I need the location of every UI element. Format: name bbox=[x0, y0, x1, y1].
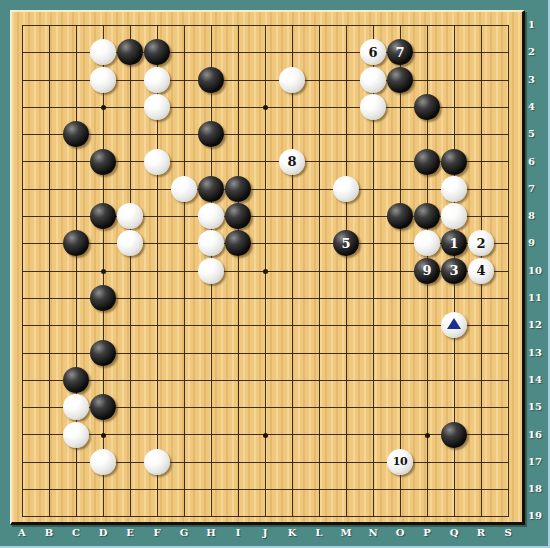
star-point-J4 bbox=[263, 105, 268, 110]
move-number-label: 8 bbox=[287, 155, 296, 168]
star-point-P16 bbox=[425, 433, 430, 438]
stone-black-P4 bbox=[414, 94, 440, 120]
stone-white-F3 bbox=[144, 67, 170, 93]
stone-white-M7 bbox=[333, 176, 359, 202]
stone-black-P8 bbox=[414, 203, 440, 229]
stone-black-D11 bbox=[90, 285, 116, 311]
go-board[interactable]: 67851293410 bbox=[10, 10, 525, 525]
stone-white-N3 bbox=[360, 67, 386, 93]
stone-white-Q7 bbox=[441, 176, 467, 202]
stone-black-Q16 bbox=[441, 422, 467, 448]
row-label-4: 4 bbox=[528, 101, 550, 112]
row-label-7: 7 bbox=[528, 183, 550, 194]
row-label-12: 12 bbox=[528, 319, 550, 330]
column-label-R: R bbox=[472, 527, 490, 538]
move-number-label: 5 bbox=[341, 237, 350, 250]
column-label-S: S bbox=[499, 527, 517, 538]
column-label-D: D bbox=[94, 527, 112, 538]
row-label-3: 3 bbox=[528, 74, 550, 85]
stone-white-N4 bbox=[360, 94, 386, 120]
stone-white-G7 bbox=[171, 176, 197, 202]
go-app-window: 67851293410 ABCDEFGHIJKLMNOPQRS123456789… bbox=[0, 0, 550, 548]
column-label-L: L bbox=[310, 527, 328, 538]
stone-white-O17: 10 bbox=[387, 449, 413, 475]
stone-black-I7 bbox=[225, 176, 251, 202]
stone-black-D15 bbox=[90, 394, 116, 420]
column-label-C: C bbox=[67, 527, 85, 538]
column-label-I: I bbox=[229, 527, 247, 538]
row-label-19: 19 bbox=[528, 510, 550, 521]
stone-black-Q10: 3 bbox=[441, 258, 467, 284]
move-number-label: 7 bbox=[395, 46, 404, 59]
column-label-Q: Q bbox=[445, 527, 463, 538]
star-point-J10 bbox=[263, 269, 268, 274]
stone-white-Q8 bbox=[441, 203, 467, 229]
column-label-P: P bbox=[418, 527, 436, 538]
row-label-2: 2 bbox=[528, 46, 550, 57]
column-label-O: O bbox=[391, 527, 409, 538]
column-label-F: F bbox=[148, 527, 166, 538]
row-label-15: 15 bbox=[528, 401, 550, 412]
stone-black-H3 bbox=[198, 67, 224, 93]
column-label-A: A bbox=[13, 527, 31, 538]
column-label-J: J bbox=[256, 527, 274, 538]
row-label-9: 9 bbox=[528, 237, 550, 248]
column-label-E: E bbox=[121, 527, 139, 538]
row-label-8: 8 bbox=[528, 210, 550, 221]
stone-black-D8 bbox=[90, 203, 116, 229]
row-label-5: 5 bbox=[528, 128, 550, 139]
stone-white-R10: 4 bbox=[468, 258, 494, 284]
column-label-B: B bbox=[40, 527, 58, 538]
row-label-13: 13 bbox=[528, 347, 550, 358]
move-number-label: 10 bbox=[393, 456, 407, 467]
star-point-D4 bbox=[101, 105, 106, 110]
stone-white-C16 bbox=[63, 422, 89, 448]
stone-black-P10: 9 bbox=[414, 258, 440, 284]
move-number-label: 2 bbox=[476, 237, 485, 250]
column-label-H: H bbox=[202, 527, 220, 538]
row-label-11: 11 bbox=[528, 292, 550, 303]
move-number-label: 6 bbox=[368, 46, 377, 59]
stone-black-P6 bbox=[414, 149, 440, 175]
stone-white-E8 bbox=[117, 203, 143, 229]
move-number-label: 4 bbox=[476, 264, 485, 277]
stone-white-H8 bbox=[198, 203, 224, 229]
row-label-18: 18 bbox=[528, 483, 550, 494]
stone-white-D17 bbox=[90, 449, 116, 475]
stone-white-K6: 8 bbox=[279, 149, 305, 175]
stone-black-C14 bbox=[63, 367, 89, 393]
triangle-marker-icon bbox=[447, 318, 461, 329]
stone-white-D3 bbox=[90, 67, 116, 93]
stone-white-F4 bbox=[144, 94, 170, 120]
star-point-D16 bbox=[101, 433, 106, 438]
row-label-16: 16 bbox=[528, 429, 550, 440]
stone-white-F6 bbox=[144, 149, 170, 175]
stone-black-H5 bbox=[198, 121, 224, 147]
stone-black-D6 bbox=[90, 149, 116, 175]
stone-white-H10 bbox=[198, 258, 224, 284]
stone-black-C5 bbox=[63, 121, 89, 147]
stone-black-Q6 bbox=[441, 149, 467, 175]
move-number-label: 9 bbox=[422, 264, 431, 277]
column-label-G: G bbox=[175, 527, 193, 538]
star-point-J16 bbox=[263, 433, 268, 438]
row-label-14: 14 bbox=[528, 374, 550, 385]
row-label-1: 1 bbox=[528, 19, 550, 30]
stone-white-C15 bbox=[63, 394, 89, 420]
row-label-17: 17 bbox=[528, 456, 550, 467]
move-number-label: 1 bbox=[449, 237, 458, 250]
stone-black-D13 bbox=[90, 340, 116, 366]
stone-black-H7 bbox=[198, 176, 224, 202]
column-label-M: M bbox=[337, 527, 355, 538]
stone-white-K3 bbox=[279, 67, 305, 93]
stone-black-O8 bbox=[387, 203, 413, 229]
star-point-D10 bbox=[101, 269, 106, 274]
stone-black-O3 bbox=[387, 67, 413, 93]
stone-black-I8 bbox=[225, 203, 251, 229]
column-label-N: N bbox=[364, 527, 382, 538]
move-number-label: 3 bbox=[449, 264, 458, 277]
row-label-10: 10 bbox=[528, 265, 550, 276]
row-label-6: 6 bbox=[528, 156, 550, 167]
stone-white-F17 bbox=[144, 449, 170, 475]
column-label-K: K bbox=[283, 527, 301, 538]
